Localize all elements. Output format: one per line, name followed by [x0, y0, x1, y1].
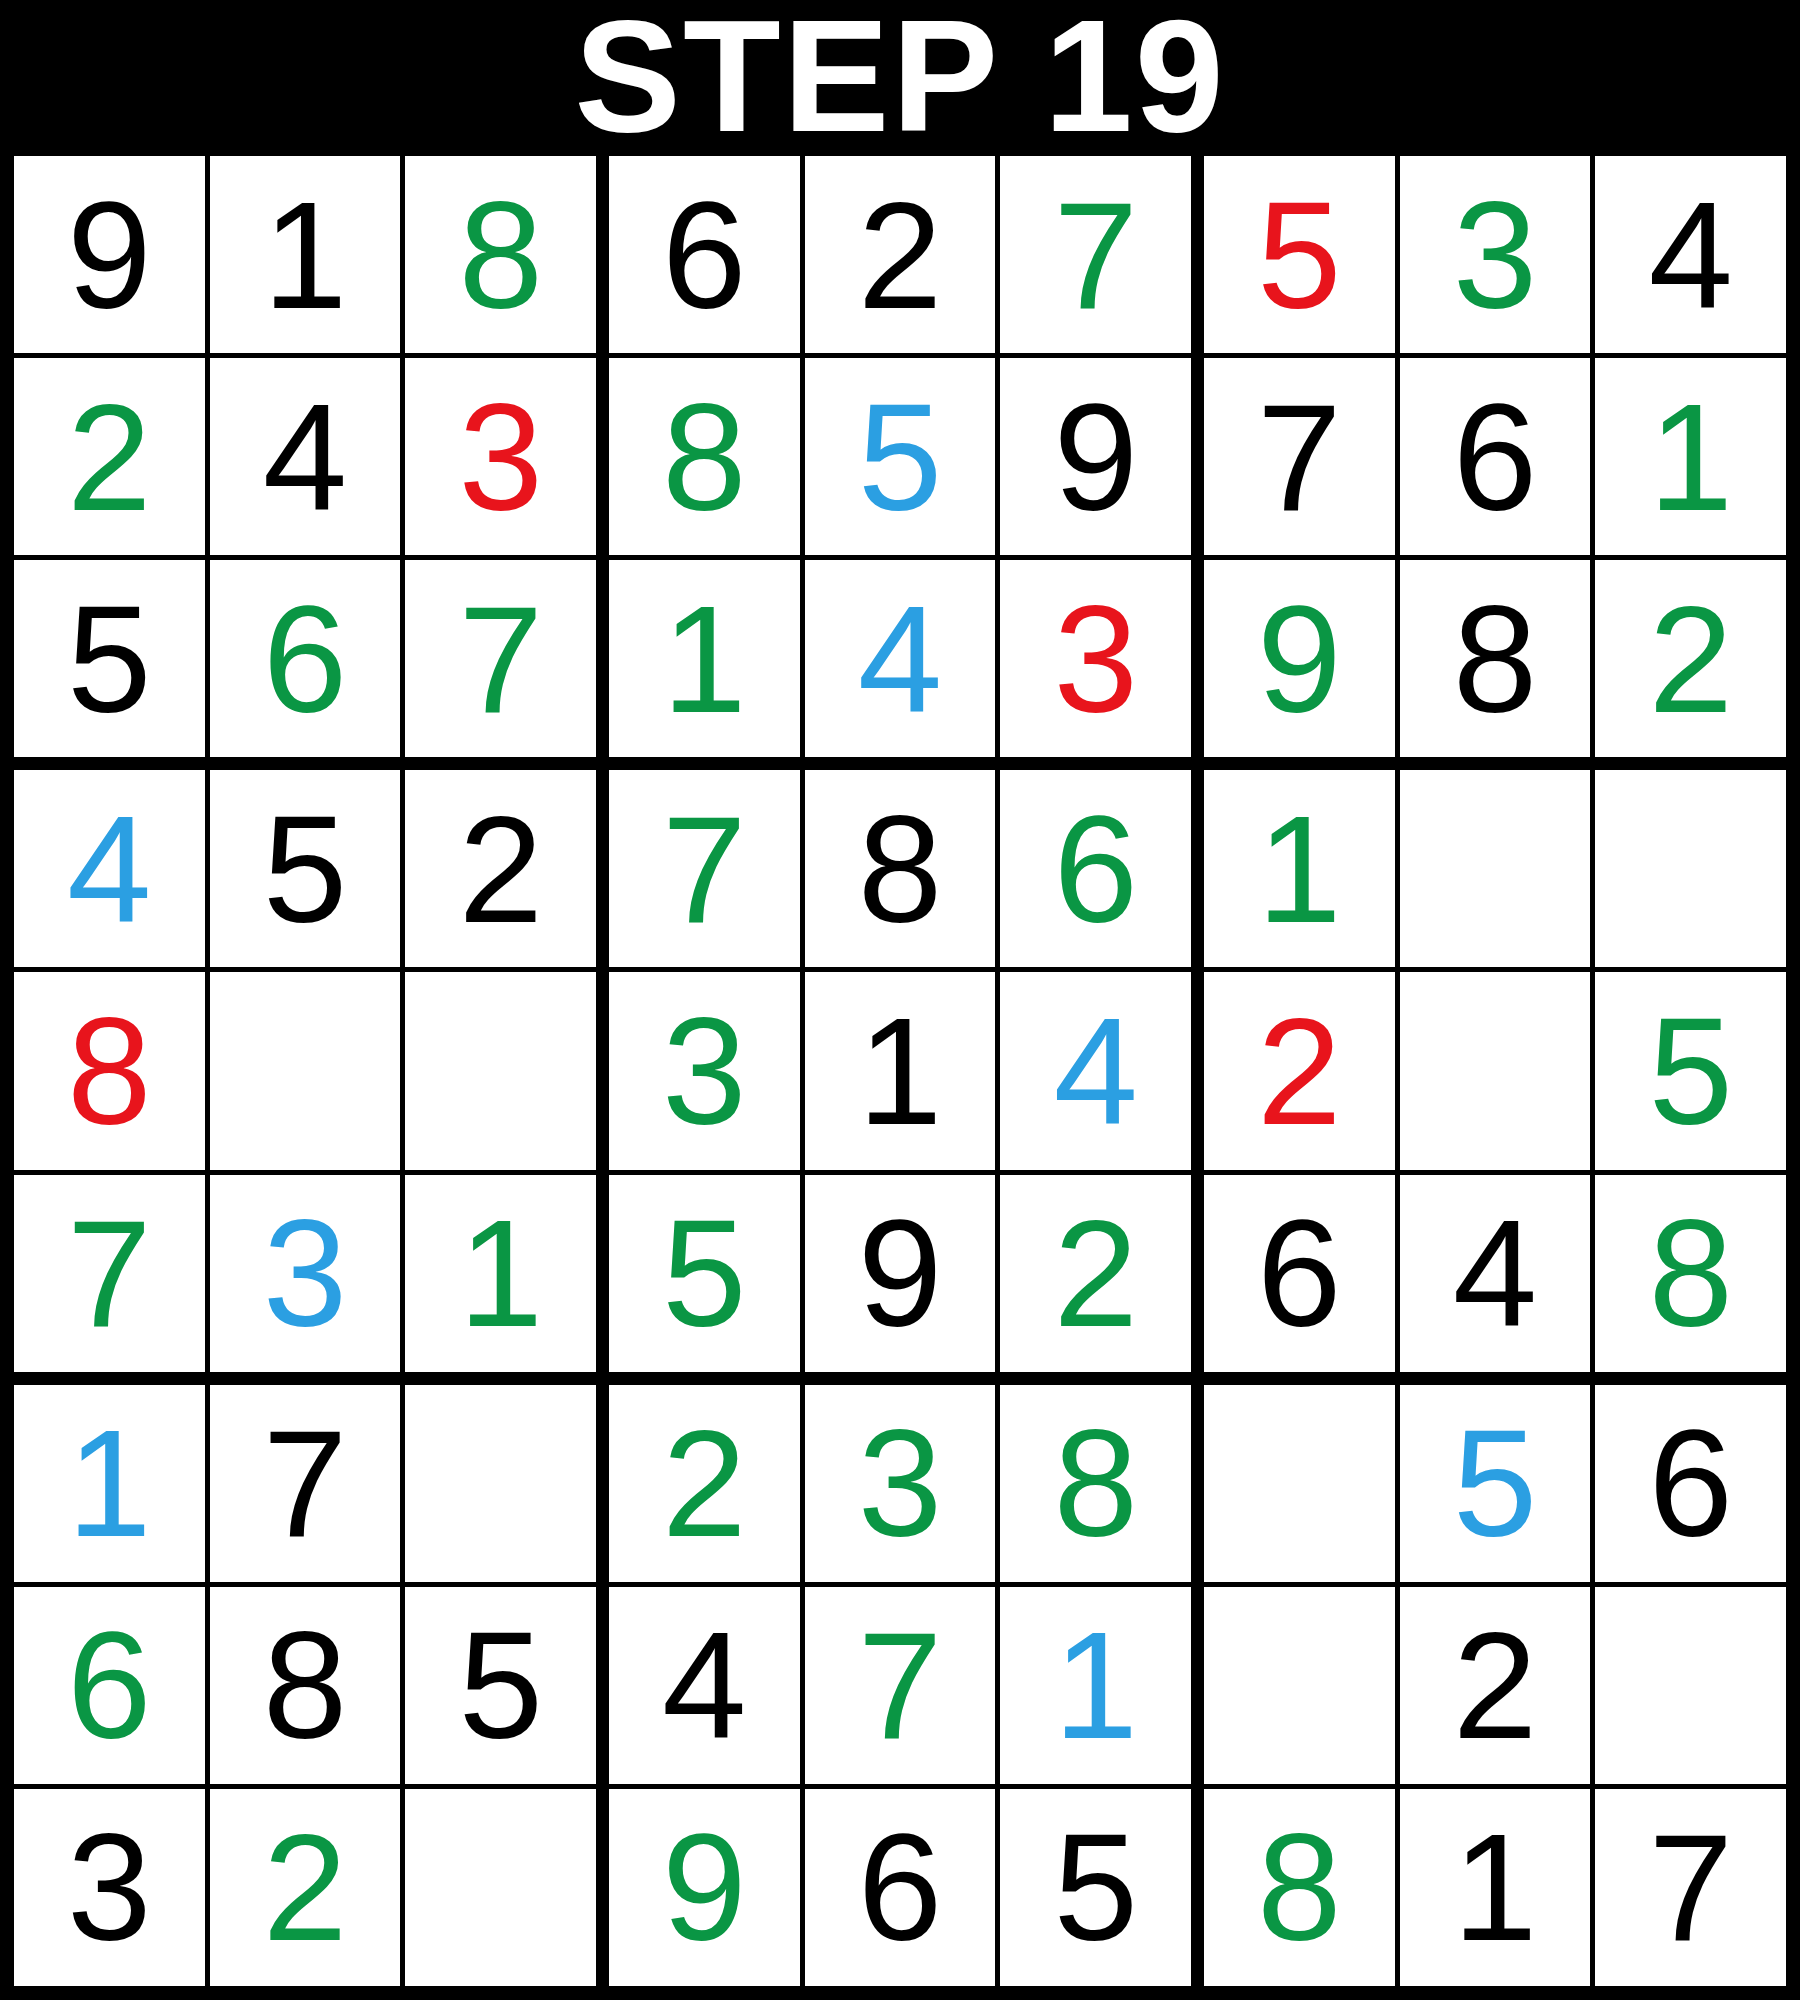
box-9: 562817: [1204, 1385, 1786, 1986]
cell-r4c8[interactable]: [1400, 770, 1591, 967]
cell-r1c2[interactable]: 1: [210, 156, 401, 353]
box-5: 786314592: [609, 770, 1191, 1371]
cell-r8c1[interactable]: 6: [14, 1587, 205, 1784]
cell-r7c1[interactable]: 1: [14, 1385, 205, 1582]
cell-r8c7[interactable]: [1204, 1587, 1395, 1784]
cell-r3c7[interactable]: 9: [1204, 560, 1395, 757]
cell-r1c3[interactable]: 8: [405, 156, 596, 353]
cell-r4c1[interactable]: 4: [14, 770, 205, 967]
sudoku-grid: 9182435676278591435347619824528731786314…: [14, 156, 1786, 1986]
cell-r5c6[interactable]: 4: [1000, 972, 1191, 1169]
cell-r9c7[interactable]: 8: [1204, 1789, 1395, 1986]
cell-r2c7[interactable]: 7: [1204, 358, 1395, 555]
cell-r7c6[interactable]: 8: [1000, 1385, 1191, 1582]
cell-r1c4[interactable]: 6: [609, 156, 800, 353]
board-frame: 9182435676278591435347619824528731786314…: [0, 152, 1800, 2000]
cell-r7c3[interactable]: [405, 1385, 596, 1582]
cell-r2c4[interactable]: 8: [609, 358, 800, 555]
cell-r8c9[interactable]: [1595, 1587, 1786, 1784]
cell-r6c6[interactable]: 2: [1000, 1175, 1191, 1372]
cell-r7c4[interactable]: 2: [609, 1385, 800, 1582]
box-6: 125648: [1204, 770, 1786, 1371]
cell-r9c6[interactable]: 5: [1000, 1789, 1191, 1986]
cell-r2c2[interactable]: 4: [210, 358, 401, 555]
cell-r4c4[interactable]: 7: [609, 770, 800, 967]
cell-r2c9[interactable]: 1: [1595, 358, 1786, 555]
cell-r4c9[interactable]: [1595, 770, 1786, 967]
cell-r4c3[interactable]: 2: [405, 770, 596, 967]
cell-r9c5[interactable]: 6: [805, 1789, 996, 1986]
cell-r6c3[interactable]: 1: [405, 1175, 596, 1372]
cell-r5c4[interactable]: 3: [609, 972, 800, 1169]
cell-r9c2[interactable]: 2: [210, 1789, 401, 1986]
cell-r6c9[interactable]: 8: [1595, 1175, 1786, 1372]
box-7: 1768532: [14, 1385, 596, 1986]
box-2: 627859143: [609, 156, 1191, 757]
cell-r3c1[interactable]: 5: [14, 560, 205, 757]
cell-r9c3[interactable]: [405, 1789, 596, 1986]
cell-r1c1[interactable]: 9: [14, 156, 205, 353]
cell-r6c1[interactable]: 7: [14, 1175, 205, 1372]
cell-r2c6[interactable]: 9: [1000, 358, 1191, 555]
cell-r7c8[interactable]: 5: [1400, 1385, 1591, 1582]
cell-r6c4[interactable]: 5: [609, 1175, 800, 1372]
box-3: 534761982: [1204, 156, 1786, 757]
cell-r3c4[interactable]: 1: [609, 560, 800, 757]
cell-r8c6[interactable]: 1: [1000, 1587, 1191, 1784]
cell-r9c1[interactable]: 3: [14, 1789, 205, 1986]
cell-r1c9[interactable]: 4: [1595, 156, 1786, 353]
cell-r1c6[interactable]: 7: [1000, 156, 1191, 353]
cell-r5c9[interactable]: 5: [1595, 972, 1786, 1169]
cell-r7c9[interactable]: 6: [1595, 1385, 1786, 1582]
cell-r2c8[interactable]: 6: [1400, 358, 1591, 555]
cell-r9c9[interactable]: 7: [1595, 1789, 1786, 1986]
box-1: 918243567: [14, 156, 596, 757]
cell-r2c5[interactable]: 5: [805, 358, 996, 555]
cell-r8c4[interactable]: 4: [609, 1587, 800, 1784]
cell-r9c8[interactable]: 1: [1400, 1789, 1591, 1986]
cell-r5c2[interactable]: [210, 972, 401, 1169]
cell-r4c2[interactable]: 5: [210, 770, 401, 967]
cell-r5c1[interactable]: 8: [14, 972, 205, 1169]
cell-r6c7[interactable]: 6: [1204, 1175, 1395, 1372]
header-banner: STEP 19: [0, 0, 1800, 152]
cell-r4c7[interactable]: 1: [1204, 770, 1395, 967]
cell-r1c7[interactable]: 5: [1204, 156, 1395, 353]
cell-r8c8[interactable]: 2: [1400, 1587, 1591, 1784]
cell-r4c6[interactable]: 6: [1000, 770, 1191, 967]
cell-r7c5[interactable]: 3: [805, 1385, 996, 1582]
cell-r3c6[interactable]: 3: [1000, 560, 1191, 757]
cell-r4c5[interactable]: 8: [805, 770, 996, 967]
cell-r1c5[interactable]: 2: [805, 156, 996, 353]
cell-r5c5[interactable]: 1: [805, 972, 996, 1169]
cell-r3c8[interactable]: 8: [1400, 560, 1591, 757]
cell-r3c3[interactable]: 7: [405, 560, 596, 757]
cell-r8c2[interactable]: 8: [210, 1587, 401, 1784]
box-8: 238471965: [609, 1385, 1191, 1986]
cell-r9c4[interactable]: 9: [609, 1789, 800, 1986]
cell-r7c7[interactable]: [1204, 1385, 1395, 1582]
cell-r8c5[interactable]: 7: [805, 1587, 996, 1784]
cell-r2c3[interactable]: 3: [405, 358, 596, 555]
page-title: STEP 19: [574, 0, 1225, 156]
cell-r3c9[interactable]: 2: [1595, 560, 1786, 757]
box-4: 4528731: [14, 770, 596, 1371]
cell-r5c3[interactable]: [405, 972, 596, 1169]
cell-r8c3[interactable]: 5: [405, 1587, 596, 1784]
cell-r1c8[interactable]: 3: [1400, 156, 1591, 353]
cell-r6c8[interactable]: 4: [1400, 1175, 1591, 1372]
cell-r3c2[interactable]: 6: [210, 560, 401, 757]
cell-r6c5[interactable]: 9: [805, 1175, 996, 1372]
cell-r6c2[interactable]: 3: [210, 1175, 401, 1372]
cell-r3c5[interactable]: 4: [805, 560, 996, 757]
cell-r7c2[interactable]: 7: [210, 1385, 401, 1582]
cell-r5c8[interactable]: [1400, 972, 1591, 1169]
cell-r5c7[interactable]: 2: [1204, 972, 1395, 1169]
cell-r2c1[interactable]: 2: [14, 358, 205, 555]
